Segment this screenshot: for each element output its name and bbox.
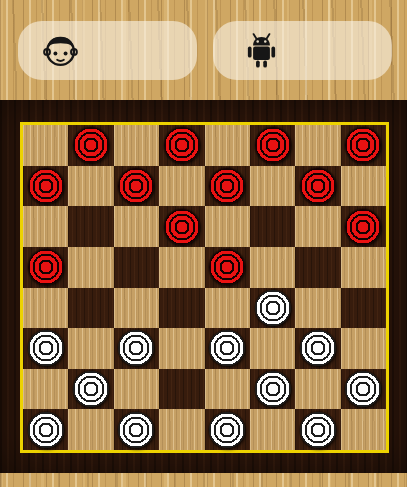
- board-square[interactable]: [68, 125, 113, 166]
- red-piece[interactable]: [73, 127, 109, 163]
- board-square[interactable]: [295, 247, 340, 288]
- board-square[interactable]: [23, 328, 68, 369]
- board-square[interactable]: [295, 409, 340, 450]
- board-square[interactable]: [114, 409, 159, 450]
- red-piece[interactable]: [209, 249, 245, 285]
- board-square[interactable]: [250, 409, 295, 450]
- board-square[interactable]: [250, 125, 295, 166]
- board-square[interactable]: [205, 247, 250, 288]
- red-piece[interactable]: [300, 168, 336, 204]
- board-square[interactable]: [159, 288, 204, 329]
- board-square[interactable]: [114, 206, 159, 247]
- board-square[interactable]: [159, 247, 204, 288]
- white-piece[interactable]: [118, 412, 154, 448]
- board-square[interactable]: [23, 247, 68, 288]
- board-square[interactable]: [295, 369, 340, 410]
- red-piece[interactable]: [255, 127, 291, 163]
- board-square[interactable]: [341, 166, 386, 207]
- board-square[interactable]: [341, 288, 386, 329]
- board-square[interactable]: [250, 247, 295, 288]
- red-piece[interactable]: [28, 168, 64, 204]
- board-square[interactable]: [68, 206, 113, 247]
- board-square[interactable]: [205, 125, 250, 166]
- board-square[interactable]: [114, 328, 159, 369]
- white-piece[interactable]: [209, 412, 245, 448]
- human-face-icon: [41, 31, 80, 70]
- player-pill-human: [18, 21, 197, 80]
- board-square[interactable]: [114, 247, 159, 288]
- red-piece[interactable]: [209, 168, 245, 204]
- board-square[interactable]: [114, 125, 159, 166]
- board-square[interactable]: [341, 247, 386, 288]
- red-piece[interactable]: [164, 209, 200, 245]
- board-square[interactable]: [23, 166, 68, 207]
- board-square[interactable]: [23, 125, 68, 166]
- white-piece[interactable]: [28, 330, 64, 366]
- board-square[interactable]: [68, 409, 113, 450]
- board-square[interactable]: [205, 328, 250, 369]
- board-square[interactable]: [250, 166, 295, 207]
- board-square[interactable]: [114, 166, 159, 207]
- white-piece[interactable]: [255, 290, 291, 326]
- board-border: [20, 122, 389, 453]
- board-square[interactable]: [114, 369, 159, 410]
- board-square[interactable]: [114, 288, 159, 329]
- board-square[interactable]: [341, 125, 386, 166]
- board-square[interactable]: [295, 328, 340, 369]
- white-piece[interactable]: [118, 330, 154, 366]
- android-robot-icon: [243, 31, 280, 70]
- board-square[interactable]: [341, 369, 386, 410]
- board-square[interactable]: [159, 328, 204, 369]
- red-piece[interactable]: [345, 209, 381, 245]
- board-square[interactable]: [23, 369, 68, 410]
- checkers-board: [23, 125, 386, 450]
- board-square[interactable]: [295, 206, 340, 247]
- board-square[interactable]: [341, 328, 386, 369]
- board-square[interactable]: [205, 206, 250, 247]
- red-piece[interactable]: [118, 168, 154, 204]
- board-square[interactable]: [159, 206, 204, 247]
- player-pill-android: [213, 21, 392, 80]
- board-square[interactable]: [250, 288, 295, 329]
- white-piece[interactable]: [73, 371, 109, 407]
- board-frame: [0, 100, 407, 473]
- board-square[interactable]: [68, 288, 113, 329]
- white-piece[interactable]: [300, 330, 336, 366]
- red-piece[interactable]: [164, 127, 200, 163]
- board-square[interactable]: [250, 328, 295, 369]
- board-square[interactable]: [250, 206, 295, 247]
- board-square[interactable]: [23, 288, 68, 329]
- board-square[interactable]: [68, 166, 113, 207]
- board-square[interactable]: [68, 369, 113, 410]
- board-square[interactable]: [68, 328, 113, 369]
- board-square[interactable]: [295, 288, 340, 329]
- board-square[interactable]: [205, 288, 250, 329]
- board-square[interactable]: [68, 247, 113, 288]
- white-piece[interactable]: [28, 412, 64, 448]
- board-square[interactable]: [23, 409, 68, 450]
- white-piece[interactable]: [255, 371, 291, 407]
- board-square[interactable]: [341, 206, 386, 247]
- white-piece[interactable]: [300, 412, 336, 448]
- board-square[interactable]: [205, 369, 250, 410]
- board-square[interactable]: [341, 409, 386, 450]
- red-piece[interactable]: [345, 127, 381, 163]
- red-piece[interactable]: [28, 249, 64, 285]
- board-square[interactable]: [23, 206, 68, 247]
- board-square[interactable]: [159, 369, 204, 410]
- white-piece[interactable]: [345, 371, 381, 407]
- board-square[interactable]: [205, 166, 250, 207]
- board-square[interactable]: [205, 409, 250, 450]
- board-square[interactable]: [295, 125, 340, 166]
- board-square[interactable]: [159, 409, 204, 450]
- board-square[interactable]: [159, 166, 204, 207]
- board-square[interactable]: [250, 369, 295, 410]
- board-square[interactable]: [159, 125, 204, 166]
- white-piece[interactable]: [209, 330, 245, 366]
- game-screen: [0, 0, 407, 487]
- board-square[interactable]: [295, 166, 340, 207]
